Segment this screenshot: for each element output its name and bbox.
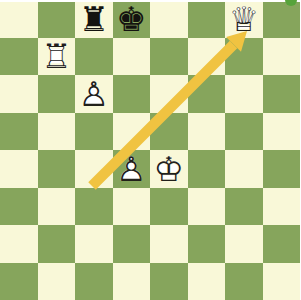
square-g2[interactable] [225, 225, 263, 263]
square-h5[interactable] [263, 113, 301, 151]
square-a4[interactable] [0, 150, 38, 188]
square-d1[interactable] [113, 263, 151, 300]
square-c8[interactable]: ♜ [75, 0, 113, 38]
square-h4[interactable] [263, 150, 301, 188]
top-edge-strip [0, 0, 300, 2]
square-d5[interactable] [113, 113, 151, 151]
square-b5[interactable] [38, 113, 76, 151]
square-h6[interactable] [263, 75, 301, 113]
square-c7[interactable] [75, 38, 113, 76]
square-d4[interactable]: ♟♙ [113, 150, 151, 188]
square-e8[interactable] [150, 0, 188, 38]
piece-white-pawn[interactable]: ♟♙ [75, 75, 113, 113]
square-d7[interactable] [113, 38, 151, 76]
square-h1[interactable] [263, 263, 301, 300]
square-c4[interactable] [75, 150, 113, 188]
square-c5[interactable] [75, 113, 113, 151]
square-b3[interactable] [38, 188, 76, 226]
square-h8[interactable] [263, 0, 301, 38]
square-g8[interactable]: ♛♕ [225, 0, 263, 38]
square-f8[interactable] [188, 0, 226, 38]
square-c3[interactable] [75, 188, 113, 226]
square-g5[interactable] [225, 113, 263, 151]
square-h3[interactable] [263, 188, 301, 226]
square-g4[interactable] [225, 150, 263, 188]
square-e1[interactable] [150, 263, 188, 300]
chess-app-viewport: ♜♚♛♕♜♖♟♙♟♙♚♔ [0, 0, 300, 300]
square-a6[interactable] [0, 75, 38, 113]
square-a5[interactable] [0, 113, 38, 151]
square-h2[interactable] [263, 225, 301, 263]
square-e2[interactable] [150, 225, 188, 263]
square-f2[interactable] [188, 225, 226, 263]
piece-white-king[interactable]: ♚♔ [150, 150, 188, 188]
piece-white-rook[interactable]: ♜♖ [38, 38, 76, 76]
square-g6[interactable] [225, 75, 263, 113]
square-d8[interactable]: ♚ [113, 0, 151, 38]
square-a3[interactable] [0, 188, 38, 226]
square-e4[interactable]: ♚♔ [150, 150, 188, 188]
square-e5[interactable] [150, 113, 188, 151]
square-g1[interactable] [225, 263, 263, 300]
square-e3[interactable] [150, 188, 188, 226]
square-d2[interactable] [113, 225, 151, 263]
square-c1[interactable] [75, 263, 113, 300]
piece-white-queen[interactable]: ♛♕ [225, 0, 263, 38]
piece-black-rook[interactable]: ♜ [75, 0, 113, 38]
square-g7[interactable] [225, 38, 263, 76]
square-b7[interactable]: ♜♖ [38, 38, 76, 76]
square-e7[interactable] [150, 38, 188, 76]
square-h7[interactable] [263, 38, 301, 76]
square-f4[interactable] [188, 150, 226, 188]
square-e6[interactable] [150, 75, 188, 113]
square-f6[interactable] [188, 75, 226, 113]
square-g3[interactable] [225, 188, 263, 226]
square-f1[interactable] [188, 263, 226, 300]
square-a1[interactable] [0, 263, 38, 300]
square-b1[interactable] [38, 263, 76, 300]
square-c2[interactable] [75, 225, 113, 263]
square-b8[interactable] [38, 0, 76, 38]
square-b2[interactable] [38, 225, 76, 263]
chess-board: ♜♚♛♕♜♖♟♙♟♙♚♔ [0, 0, 300, 300]
square-a8[interactable] [0, 0, 38, 38]
square-a2[interactable] [0, 225, 38, 263]
piece-white-pawn[interactable]: ♟♙ [113, 150, 151, 188]
square-b6[interactable] [38, 75, 76, 113]
piece-black-king[interactable]: ♚ [113, 0, 151, 38]
square-f3[interactable] [188, 188, 226, 226]
square-d6[interactable] [113, 75, 151, 113]
square-b4[interactable] [38, 150, 76, 188]
square-a7[interactable] [0, 38, 38, 76]
square-c6[interactable]: ♟♙ [75, 75, 113, 113]
square-f5[interactable] [188, 113, 226, 151]
square-d3[interactable] [113, 188, 151, 226]
square-f7[interactable] [188, 38, 226, 76]
